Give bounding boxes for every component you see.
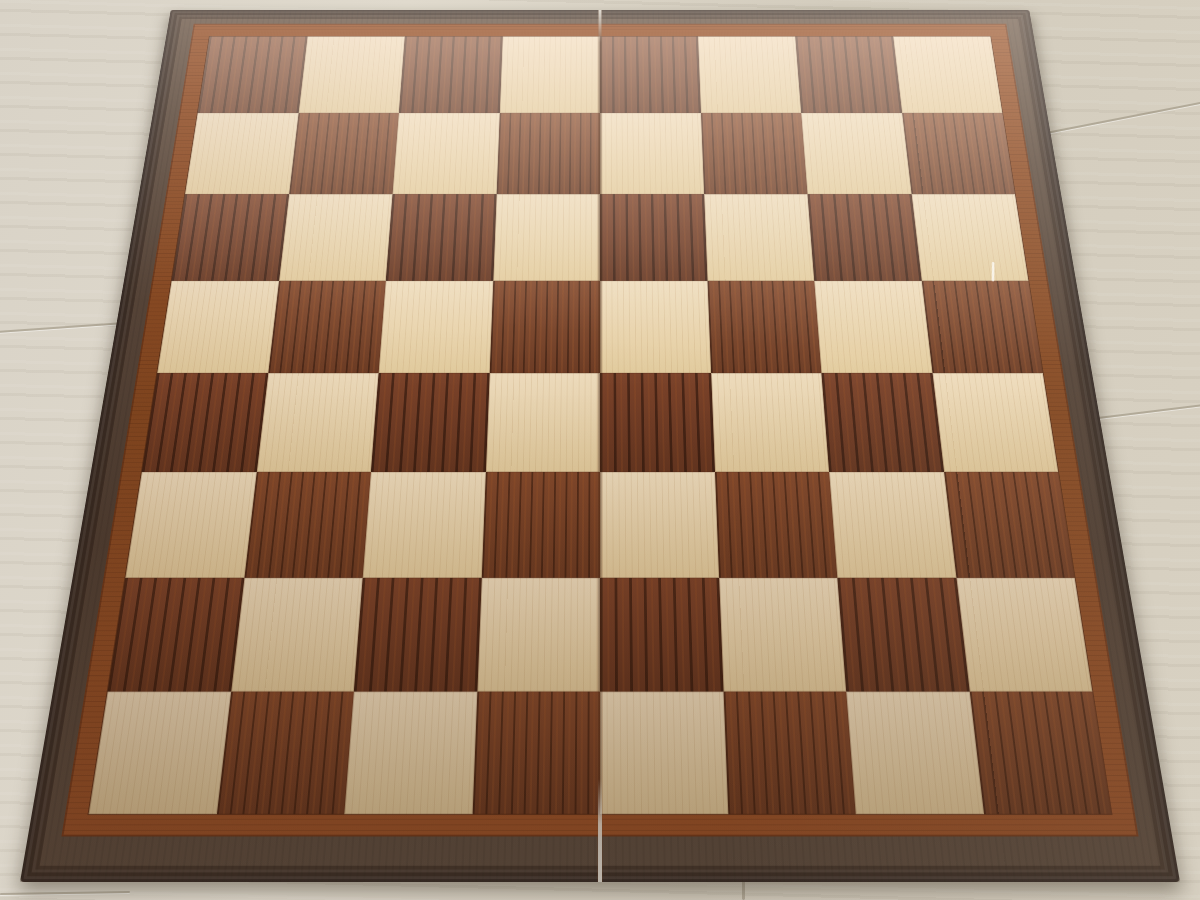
square-b6[interactable] bbox=[279, 194, 393, 281]
square-e3[interactable] bbox=[600, 472, 719, 578]
square-e1[interactable] bbox=[600, 692, 728, 815]
square-d8[interactable] bbox=[499, 36, 600, 112]
square-d5[interactable] bbox=[489, 281, 600, 373]
square-a4[interactable] bbox=[142, 373, 268, 472]
square-d3[interactable] bbox=[481, 472, 600, 578]
square-e7[interactable] bbox=[600, 113, 704, 194]
square-f4[interactable] bbox=[711, 373, 829, 472]
square-a6[interactable] bbox=[172, 194, 289, 281]
square-g8[interactable] bbox=[795, 36, 902, 112]
square-g4[interactable] bbox=[821, 373, 943, 472]
square-a3[interactable] bbox=[125, 472, 256, 578]
square-e8[interactable] bbox=[600, 36, 701, 112]
square-a7[interactable] bbox=[185, 113, 298, 194]
square-a2[interactable] bbox=[108, 578, 244, 692]
square-c3[interactable] bbox=[363, 472, 486, 578]
square-d1[interactable] bbox=[472, 692, 600, 815]
chess-board bbox=[20, 10, 1180, 882]
square-b3[interactable] bbox=[244, 472, 371, 578]
square-d2[interactable] bbox=[477, 578, 600, 692]
square-g5[interactable] bbox=[814, 281, 932, 373]
square-e5[interactable] bbox=[600, 281, 711, 373]
square-f3[interactable] bbox=[715, 472, 838, 578]
square-h3[interactable] bbox=[944, 472, 1075, 578]
square-h2[interactable] bbox=[956, 578, 1092, 692]
square-f6[interactable] bbox=[704, 194, 814, 281]
square-d7[interactable] bbox=[496, 113, 600, 194]
square-e2[interactable] bbox=[600, 578, 723, 692]
square-c4[interactable] bbox=[371, 373, 489, 472]
square-c8[interactable] bbox=[399, 36, 503, 112]
square-f5[interactable] bbox=[707, 281, 821, 373]
square-h1[interactable] bbox=[969, 692, 1111, 815]
floor-plank-seam bbox=[1029, 101, 1200, 137]
square-f8[interactable] bbox=[698, 36, 802, 112]
square-c5[interactable] bbox=[379, 281, 493, 373]
square-a8[interactable] bbox=[198, 36, 308, 112]
square-g7[interactable] bbox=[801, 113, 911, 194]
square-h7[interactable] bbox=[902, 113, 1015, 194]
board-fold-seam bbox=[598, 10, 602, 882]
square-b8[interactable] bbox=[298, 36, 405, 112]
square-h4[interactable] bbox=[932, 373, 1058, 472]
square-f7[interactable] bbox=[701, 113, 808, 194]
square-b1[interactable] bbox=[216, 692, 353, 815]
square-d4[interactable] bbox=[485, 373, 600, 472]
square-g2[interactable] bbox=[837, 578, 969, 692]
square-b5[interactable] bbox=[268, 281, 386, 373]
square-b2[interactable] bbox=[231, 578, 363, 692]
square-b4[interactable] bbox=[256, 373, 378, 472]
square-h6[interactable] bbox=[911, 194, 1028, 281]
square-b7[interactable] bbox=[289, 113, 399, 194]
square-h8[interactable] bbox=[893, 36, 1003, 112]
square-f2[interactable] bbox=[719, 578, 847, 692]
square-g1[interactable] bbox=[846, 692, 983, 815]
square-a1[interactable] bbox=[89, 692, 231, 815]
floor-plank-seam bbox=[0, 891, 130, 895]
square-f1[interactable] bbox=[723, 692, 856, 815]
square-e6[interactable] bbox=[600, 194, 707, 281]
square-h5[interactable] bbox=[921, 281, 1042, 373]
square-g6[interactable] bbox=[807, 194, 921, 281]
scratch-mark bbox=[992, 262, 995, 281]
square-g3[interactable] bbox=[829, 472, 956, 578]
photo-scene bbox=[0, 0, 1200, 900]
square-c6[interactable] bbox=[386, 194, 496, 281]
floor-plank-seam bbox=[742, 880, 745, 900]
square-c7[interactable] bbox=[393, 113, 500, 194]
square-d6[interactable] bbox=[493, 194, 600, 281]
square-c2[interactable] bbox=[354, 578, 482, 692]
square-a5[interactable] bbox=[157, 281, 278, 373]
square-c1[interactable] bbox=[344, 692, 477, 815]
square-e4[interactable] bbox=[600, 373, 715, 472]
